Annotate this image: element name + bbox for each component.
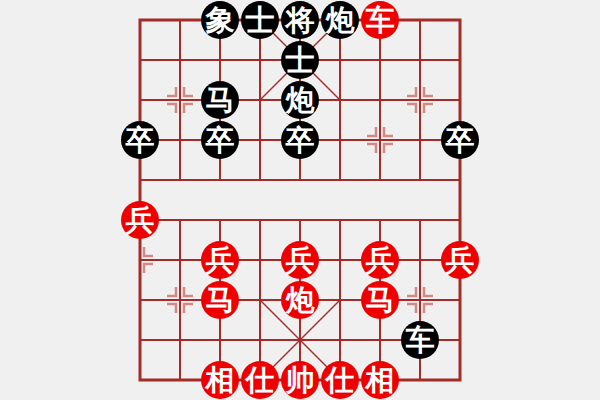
black-advisor[interactable]: 士: [241, 1, 279, 39]
board-point-r0c7[interactable]: [400, 0, 440, 40]
board-point-r5c1[interactable]: [160, 200, 200, 240]
board-point-r6c5[interactable]: [320, 240, 360, 280]
board-point-r5c0[interactable]: 兵: [120, 200, 160, 240]
board-point-r9c2[interactable]: 相: [200, 360, 240, 400]
board-point-r3c0[interactable]: 卒: [120, 120, 160, 160]
black-cannon[interactable]: 炮: [321, 1, 359, 39]
board-point-r1c5[interactable]: [320, 40, 360, 80]
board-point-r9c1[interactable]: [160, 360, 200, 400]
board-point-r6c1[interactable]: [160, 240, 200, 280]
board-point-r8c5[interactable]: [320, 320, 360, 360]
red-elephant[interactable]: 相: [201, 361, 239, 399]
board-point-r5c4[interactable]: [280, 200, 320, 240]
black-general[interactable]: 将: [281, 1, 319, 39]
board-point-r2c7[interactable]: [400, 80, 440, 120]
red-cannon[interactable]: 炮: [281, 281, 319, 319]
board-point-r9c8[interactable]: [440, 360, 480, 400]
board-point-r1c2[interactable]: [200, 40, 240, 80]
board-point-r2c4[interactable]: 炮: [280, 80, 320, 120]
board-point-r1c0[interactable]: [120, 40, 160, 80]
board-point-r1c8[interactable]: [440, 40, 480, 80]
board-point-r8c3[interactable]: [240, 320, 280, 360]
board-point-r7c0[interactable]: [120, 280, 160, 320]
board-point-r7c5[interactable]: [320, 280, 360, 320]
board-point-r7c2[interactable]: 马: [200, 280, 240, 320]
red-chariot[interactable]: 车: [361, 1, 399, 39]
red-general[interactable]: 帅: [281, 361, 319, 399]
board-point-r6c6[interactable]: 兵: [360, 240, 400, 280]
board-point-r4c3[interactable]: [240, 160, 280, 200]
board-point-r2c1[interactable]: [160, 80, 200, 120]
board-point-r7c8[interactable]: [440, 280, 480, 320]
board-point-r8c4[interactable]: [280, 320, 320, 360]
red-advisor[interactable]: 仕: [321, 361, 359, 399]
board-point-r7c1[interactable]: [160, 280, 200, 320]
red-horse[interactable]: 马: [201, 281, 239, 319]
board-point-r1c7[interactable]: [400, 40, 440, 80]
board-point-r3c6[interactable]: [360, 120, 400, 160]
black-chariot[interactable]: 车: [401, 321, 439, 359]
black-pawn[interactable]: 卒: [441, 121, 479, 159]
red-pawn[interactable]: 兵: [121, 201, 159, 239]
board-point-r2c8[interactable]: [440, 80, 480, 120]
board-point-r7c7[interactable]: [400, 280, 440, 320]
board-point-r0c1[interactable]: [160, 0, 200, 40]
board-point-r8c7[interactable]: 车: [400, 320, 440, 360]
board-point-r8c8[interactable]: [440, 320, 480, 360]
board-point-r1c3[interactable]: [240, 40, 280, 80]
board-point-r0c6[interactable]: 车: [360, 0, 400, 40]
board-point-r1c1[interactable]: [160, 40, 200, 80]
board-point-r4c7[interactable]: [400, 160, 440, 200]
red-pawn[interactable]: 兵: [441, 241, 479, 279]
board-point-r0c8[interactable]: [440, 0, 480, 40]
board-point-r3c4[interactable]: 卒: [280, 120, 320, 160]
board-point-r0c5[interactable]: 炮: [320, 0, 360, 40]
black-pawn[interactable]: 卒: [281, 121, 319, 159]
board-point-r5c5[interactable]: [320, 200, 360, 240]
board-point-r9c4[interactable]: 帅: [280, 360, 320, 400]
red-advisor[interactable]: 仕: [241, 361, 279, 399]
board-point-r9c0[interactable]: [120, 360, 160, 400]
board-point-r6c2[interactable]: 兵: [200, 240, 240, 280]
board-point-r0c0[interactable]: [120, 0, 160, 40]
board-point-r4c2[interactable]: [200, 160, 240, 200]
board-point-r1c4[interactable]: 士: [280, 40, 320, 80]
board-point-r4c1[interactable]: [160, 160, 200, 200]
board-point-r1c6[interactable]: [360, 40, 400, 80]
board-point-r7c6[interactable]: 马: [360, 280, 400, 320]
board-point-r3c2[interactable]: 卒: [200, 120, 240, 160]
board-point-r5c6[interactable]: [360, 200, 400, 240]
xiangqi-board: 象士将炮车士马炮卒卒卒卒兵兵兵兵兵马炮马车相仕帅仕相: [120, 0, 480, 400]
black-pawn[interactable]: 卒: [121, 121, 159, 159]
board-point-r6c7[interactable]: [400, 240, 440, 280]
board-point-r2c3[interactable]: [240, 80, 280, 120]
board-point-r0c3[interactable]: 士: [240, 0, 280, 40]
board-point-r8c6[interactable]: [360, 320, 400, 360]
black-horse[interactable]: 马: [201, 81, 239, 119]
board-point-r4c4[interactable]: [280, 160, 320, 200]
board-point-r0c2[interactable]: 象: [200, 0, 240, 40]
board-points: 象士将炮车士马炮卒卒卒卒兵兵兵兵兵马炮马车相仕帅仕相: [120, 0, 480, 400]
black-pawn[interactable]: 卒: [201, 121, 239, 159]
board-point-r4c6[interactable]: [360, 160, 400, 200]
board-point-r9c7[interactable]: [400, 360, 440, 400]
board-point-r5c3[interactable]: [240, 200, 280, 240]
red-elephant[interactable]: 相: [361, 361, 399, 399]
board-point-r2c5[interactable]: [320, 80, 360, 120]
board-point-r4c0[interactable]: [120, 160, 160, 200]
board-point-r3c5[interactable]: [320, 120, 360, 160]
board-point-r4c5[interactable]: [320, 160, 360, 200]
black-elephant[interactable]: 象: [201, 1, 239, 39]
red-horse[interactable]: 马: [361, 281, 399, 319]
black-advisor[interactable]: 士: [281, 41, 319, 79]
red-pawn[interactable]: 兵: [281, 241, 319, 279]
board-point-r6c0[interactable]: [120, 240, 160, 280]
board-point-r5c8[interactable]: [440, 200, 480, 240]
board-point-r3c3[interactable]: [240, 120, 280, 160]
board-point-r2c6[interactable]: [360, 80, 400, 120]
board-point-r0c4[interactable]: 将: [280, 0, 320, 40]
black-cannon[interactable]: 炮: [281, 81, 319, 119]
red-pawn[interactable]: 兵: [361, 241, 399, 279]
board-point-r6c8[interactable]: 兵: [440, 240, 480, 280]
board-point-r3c1[interactable]: [160, 120, 200, 160]
board-point-r4c8[interactable]: [440, 160, 480, 200]
board-point-r7c4[interactable]: 炮: [280, 280, 320, 320]
board-point-r5c2[interactable]: [200, 200, 240, 240]
board-point-r2c0[interactable]: [120, 80, 160, 120]
board-point-r6c4[interactable]: 兵: [280, 240, 320, 280]
board-point-r9c3[interactable]: 仕: [240, 360, 280, 400]
board-point-r8c1[interactable]: [160, 320, 200, 360]
board-point-r2c2[interactable]: 马: [200, 80, 240, 120]
board-point-r3c8[interactable]: 卒: [440, 120, 480, 160]
board-point-r3c7[interactable]: [400, 120, 440, 160]
screen: 象士将炮车士马炮卒卒卒卒兵兵兵兵兵马炮马车相仕帅仕相: [0, 0, 600, 400]
board-point-r7c3[interactable]: [240, 280, 280, 320]
red-pawn[interactable]: 兵: [201, 241, 239, 279]
board-point-r8c0[interactable]: [120, 320, 160, 360]
board-point-r9c5[interactable]: 仕: [320, 360, 360, 400]
board-point-r5c7[interactable]: [400, 200, 440, 240]
board-point-r9c6[interactable]: 相: [360, 360, 400, 400]
board-point-r8c2[interactable]: [200, 320, 240, 360]
board-point-r6c3[interactable]: [240, 240, 280, 280]
